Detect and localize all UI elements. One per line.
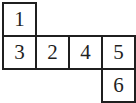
net-cell-4: 4 xyxy=(68,35,103,70)
net-cell-6: 6 xyxy=(101,68,136,103)
net-cell-5: 5 xyxy=(101,35,136,70)
net-cell-3: 3 xyxy=(2,35,37,70)
cube-net-board: 132456 xyxy=(0,0,135,103)
net-cell-2: 2 xyxy=(35,35,70,70)
net-cell-1: 1 xyxy=(2,2,37,37)
